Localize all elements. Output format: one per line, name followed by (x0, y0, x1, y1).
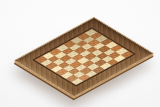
scene (0, 0, 160, 107)
